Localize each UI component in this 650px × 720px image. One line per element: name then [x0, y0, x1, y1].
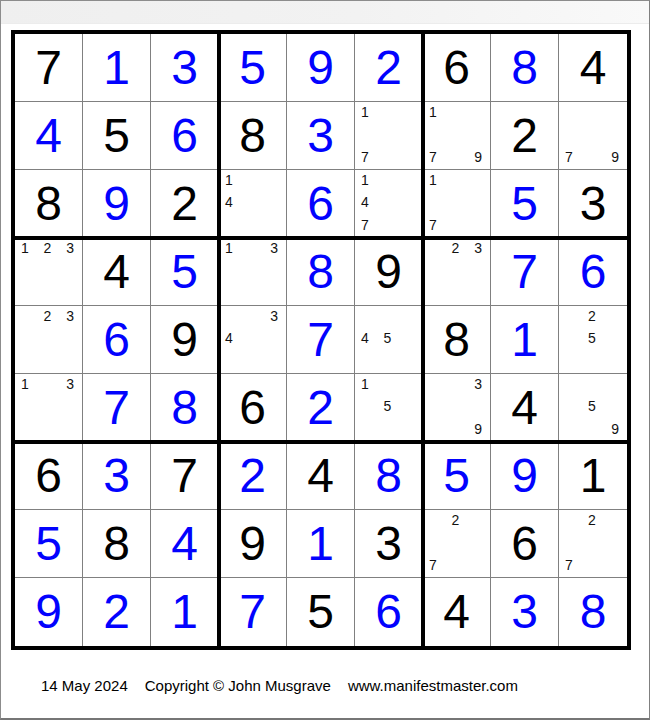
solved-digit: 3: [307, 112, 334, 160]
solved-digit: 8: [375, 452, 402, 500]
solved-digit: 1: [171, 588, 198, 636]
pencil-mark-5: 5: [384, 331, 392, 345]
cell-r6c8[interactable]: 4: [491, 374, 559, 442]
pencil-marks: 27: [565, 513, 619, 572]
solved-digit: 2: [239, 452, 266, 500]
cell-r6c1[interactable]: 13: [15, 374, 83, 442]
solved-digit: 6: [375, 588, 402, 636]
given-digit: 4: [580, 44, 607, 92]
pencil-mark-5: 5: [588, 399, 596, 413]
cell-r4c6[interactable]: 9: [355, 238, 423, 306]
cell-r1c9[interactable]: 4: [559, 34, 627, 102]
cell-r2c4[interactable]: 8: [219, 102, 287, 170]
pencil-mark-7: 7: [361, 150, 369, 164]
cell-r7c1[interactable]: 6: [15, 442, 83, 510]
cell-r7c3[interactable]: 7: [151, 442, 219, 510]
cell-r4c3[interactable]: 5: [151, 238, 219, 306]
pencil-mark-2: 2: [452, 241, 460, 255]
cell-r9c7[interactable]: 4: [423, 578, 491, 646]
cell-r8c1[interactable]: 5: [15, 510, 83, 578]
pencil-mark-2: 2: [44, 241, 52, 255]
pencil-mark-7: 7: [565, 558, 573, 572]
pencil-marks: 25: [565, 309, 619, 368]
given-digit: 1: [580, 452, 607, 500]
pencil-mark-7: 7: [565, 150, 573, 164]
pencil-marks: 17: [361, 105, 414, 164]
pencil-mark-5: 5: [384, 399, 392, 413]
given-digit: 2: [511, 112, 538, 160]
solved-digit: 1: [511, 316, 538, 364]
cell-r5c8[interactable]: 1: [491, 306, 559, 374]
cell-r2c6[interactable]: 17: [355, 102, 423, 170]
cell-r1c3[interactable]: 3: [151, 34, 219, 102]
cell-r7c2[interactable]: 3: [83, 442, 151, 510]
given-digit: 4: [511, 384, 538, 432]
solved-digit: 7: [239, 588, 266, 636]
cell-r7c6[interactable]: 8: [355, 442, 423, 510]
pencil-mark-7: 7: [361, 218, 369, 232]
pencil-mark-3: 3: [66, 241, 74, 255]
pencil-mark-4: 4: [225, 195, 233, 209]
cell-r1c6[interactable]: 2: [355, 34, 423, 102]
pencil-mark-3: 3: [66, 309, 74, 323]
cell-r5c3[interactable]: 9: [151, 306, 219, 374]
solved-digit: 5: [171, 248, 198, 296]
pencil-mark-9: 9: [474, 422, 482, 436]
solved-digit: 2: [307, 384, 334, 432]
pencil-marks: 45: [361, 309, 414, 368]
solved-digit: 9: [35, 588, 62, 636]
pencil-mark-2: 2: [452, 513, 460, 527]
solved-digit: 1: [103, 44, 130, 92]
cell-r9c5[interactable]: 5: [287, 578, 355, 646]
pencil-mark-1: 1: [361, 105, 369, 119]
pencil-marks: 15: [361, 377, 414, 436]
solved-digit: 6: [307, 180, 334, 228]
cell-r3c7[interactable]: 17: [423, 170, 491, 238]
cell-r3c9[interactable]: 3: [559, 170, 627, 238]
cell-r3c1[interactable]: 8: [15, 170, 83, 238]
given-digit: 8: [443, 316, 470, 364]
cell-r9c2[interactable]: 2: [83, 578, 151, 646]
given-digit: 7: [171, 452, 198, 500]
cell-r5c7[interactable]: 8: [423, 306, 491, 374]
pencil-mark-3: 3: [66, 377, 74, 391]
cell-r2c2[interactable]: 5: [83, 102, 151, 170]
pencil-mark-4: 4: [361, 195, 369, 209]
pencil-marks: 39: [429, 377, 482, 436]
cell-r5c1[interactable]: 23: [15, 306, 83, 374]
pencil-mark-3: 3: [474, 241, 482, 255]
cell-r7c5[interactable]: 4: [287, 442, 355, 510]
cell-r2c3[interactable]: 6: [151, 102, 219, 170]
cell-r1c5[interactable]: 9: [287, 34, 355, 102]
sudoku-board: 7135926844568317179279892146147175312345…: [11, 30, 631, 650]
cell-r6c2[interactable]: 7: [83, 374, 151, 442]
cell-r4c2[interactable]: 4: [83, 238, 151, 306]
pencil-mark-1: 1: [361, 173, 369, 187]
given-digit: 2: [171, 180, 198, 228]
cell-r8c5[interactable]: 1: [287, 510, 355, 578]
cell-r4c7[interactable]: 23: [423, 238, 491, 306]
pencil-marks: 23: [429, 241, 482, 300]
given-digit: 3: [580, 180, 607, 228]
cell-r1c1[interactable]: 7: [15, 34, 83, 102]
cell-r9c1[interactable]: 9: [15, 578, 83, 646]
pencil-marks: 17: [429, 173, 482, 232]
cell-r7c9[interactable]: 1: [559, 442, 627, 510]
pencil-mark-1: 1: [21, 241, 29, 255]
given-digit: 8: [103, 520, 130, 568]
cell-r6c7[interactable]: 39: [423, 374, 491, 442]
cell-r2c8[interactable]: 2: [491, 102, 559, 170]
solved-digit: 2: [375, 44, 402, 92]
cell-r4c5[interactable]: 8: [287, 238, 355, 306]
pencil-mark-7: 7: [429, 558, 437, 572]
given-digit: 8: [35, 180, 62, 228]
pencil-marks: 179: [429, 105, 482, 164]
cell-r2c9[interactable]: 79: [559, 102, 627, 170]
given-digit: 5: [103, 112, 130, 160]
cell-r6c5[interactable]: 2: [287, 374, 355, 442]
given-digit: 6: [35, 452, 62, 500]
pencil-marks: 34: [225, 309, 278, 368]
solved-digit: 7: [103, 384, 130, 432]
solved-digit: 2: [103, 588, 130, 636]
given-digit: 6: [239, 384, 266, 432]
cell-r4c8[interactable]: 7: [491, 238, 559, 306]
cell-r6c3[interactable]: 8: [151, 374, 219, 442]
cell-r4c4[interactable]: 13: [219, 238, 287, 306]
solved-digit: 5: [443, 452, 470, 500]
solved-digit: 4: [171, 520, 198, 568]
cell-r7c8[interactable]: 9: [491, 442, 559, 510]
pencil-mark-3: 3: [270, 309, 278, 323]
given-digit: 4: [443, 588, 470, 636]
cell-r6c9[interactable]: 59: [559, 374, 627, 442]
solved-digit: 9: [511, 452, 538, 500]
box-separator-horizontal-1: [15, 236, 627, 240]
pencil-mark-2: 2: [588, 309, 596, 323]
solved-digit: 4: [35, 112, 62, 160]
pencil-marks: 13: [21, 377, 74, 436]
pencil-marks: 13: [225, 241, 278, 300]
solved-digit: 1: [307, 520, 334, 568]
given-digit: 5: [307, 588, 334, 636]
solved-digit: 7: [307, 316, 334, 364]
pencil-marks: 147: [361, 173, 414, 232]
solved-digit: 3: [103, 452, 130, 500]
footer-date: 14 May 2024: [41, 677, 128, 694]
cell-r4c9[interactable]: 6: [559, 238, 627, 306]
pencil-mark-1: 1: [429, 173, 437, 187]
cell-r9c9[interactable]: 8: [559, 578, 627, 646]
given-digit: 6: [443, 44, 470, 92]
cell-r2c1[interactable]: 4: [15, 102, 83, 170]
given-digit: 9: [171, 316, 198, 364]
cell-r9c8[interactable]: 3: [491, 578, 559, 646]
cell-r7c7[interactable]: 5: [423, 442, 491, 510]
pencil-mark-1: 1: [21, 377, 29, 391]
pencil-mark-1: 1: [225, 241, 233, 255]
solved-digit: 5: [239, 44, 266, 92]
pencil-mark-9: 9: [474, 150, 482, 164]
solved-digit: 5: [35, 520, 62, 568]
given-digit: 4: [103, 248, 130, 296]
pencil-marks: 23: [21, 309, 74, 368]
solved-digit: 6: [103, 316, 130, 364]
given-digit: 8: [239, 112, 266, 160]
cell-r5c6[interactable]: 45: [355, 306, 423, 374]
solved-digit: 3: [511, 588, 538, 636]
solved-digit: 9: [103, 180, 130, 228]
pencil-mark-7: 7: [429, 218, 437, 232]
given-digit: 7: [35, 44, 62, 92]
cell-r5c4[interactable]: 34: [219, 306, 287, 374]
cell-r1c4[interactable]: 5: [219, 34, 287, 102]
pencil-mark-9: 9: [611, 150, 619, 164]
cell-r5c2[interactable]: 6: [83, 306, 151, 374]
cell-r8c4[interactable]: 9: [219, 510, 287, 578]
cell-r6c4[interactable]: 6: [219, 374, 287, 442]
solved-digit: 7: [511, 248, 538, 296]
solved-digit: 6: [171, 112, 198, 160]
pencil-mark-7: 7: [429, 150, 437, 164]
cell-r8c3[interactable]: 4: [151, 510, 219, 578]
box-separator-vertical-2: [421, 34, 425, 646]
pencil-mark-5: 5: [588, 331, 596, 345]
solved-digit: 6: [580, 248, 607, 296]
cell-r1c2[interactable]: 1: [83, 34, 151, 102]
cell-r3c2[interactable]: 9: [83, 170, 151, 238]
pencil-marks: 14: [225, 173, 278, 232]
cell-r8c6[interactable]: 3: [355, 510, 423, 578]
cell-r6c6[interactable]: 15: [355, 374, 423, 442]
solved-digit: 5: [511, 180, 538, 228]
solved-digit: 8: [511, 44, 538, 92]
app-window: 7135926844568317179279892146147175312345…: [0, 0, 650, 720]
pencil-mark-4: 4: [225, 331, 233, 345]
cell-r8c9[interactable]: 27: [559, 510, 627, 578]
solved-digit: 8: [580, 588, 607, 636]
pencil-mark-3: 3: [270, 241, 278, 255]
pencil-mark-1: 1: [429, 105, 437, 119]
footer: 14 May 2024 Copyright © John Musgrave ww…: [41, 677, 518, 694]
cell-r8c8[interactable]: 6: [491, 510, 559, 578]
cell-r1c7[interactable]: 6: [423, 34, 491, 102]
given-digit: 6: [511, 520, 538, 568]
cell-r4c1[interactable]: 123: [15, 238, 83, 306]
cell-r5c9[interactable]: 25: [559, 306, 627, 374]
box-separator-horizontal-2: [15, 440, 627, 444]
footer-url: www.manifestmaster.com: [348, 677, 518, 694]
pencil-mark-1: 1: [225, 173, 233, 187]
solved-digit: 8: [171, 384, 198, 432]
sudoku-grid: 7135926844568317179279892146147175312345…: [15, 34, 627, 646]
cell-r2c7[interactable]: 179: [423, 102, 491, 170]
cell-r1c8[interactable]: 8: [491, 34, 559, 102]
pencil-marks: 123: [21, 241, 74, 300]
pencil-mark-2: 2: [588, 513, 596, 527]
solved-digit: 3: [171, 44, 198, 92]
cell-r3c8[interactable]: 5: [491, 170, 559, 238]
box-separator-vertical-1: [217, 34, 221, 646]
cell-r3c3[interactable]: 2: [151, 170, 219, 238]
given-digit: 3: [375, 520, 402, 568]
cell-r9c4[interactable]: 7: [219, 578, 287, 646]
cell-r2c5[interactable]: 3: [287, 102, 355, 170]
footer-copyright: Copyright © John Musgrave: [145, 677, 331, 694]
cell-r3c6[interactable]: 147: [355, 170, 423, 238]
given-digit: 4: [307, 452, 334, 500]
pencil-mark-3: 3: [474, 377, 482, 391]
cell-r5c5[interactable]: 7: [287, 306, 355, 374]
pencil-marks: 59: [565, 377, 619, 436]
solved-digit: 8: [307, 248, 334, 296]
pencil-mark-1: 1: [361, 377, 369, 391]
given-digit: 9: [375, 248, 402, 296]
cell-r9c3[interactable]: 1: [151, 578, 219, 646]
pencil-marks: 79: [565, 105, 619, 164]
cell-r3c5[interactable]: 6: [287, 170, 355, 238]
cell-r7c4[interactable]: 2: [219, 442, 287, 510]
cell-r9c6[interactable]: 6: [355, 578, 423, 646]
solved-digit: 9: [307, 44, 334, 92]
pencil-marks: 27: [429, 513, 482, 572]
given-digit: 9: [239, 520, 266, 568]
cell-r8c2[interactable]: 8: [83, 510, 151, 578]
pencil-mark-9: 9: [611, 422, 619, 436]
pencil-mark-4: 4: [361, 331, 369, 345]
window-titlebar: [1, 1, 649, 24]
pencil-mark-2: 2: [44, 309, 52, 323]
cell-r8c7[interactable]: 27: [423, 510, 491, 578]
cell-r3c4[interactable]: 14: [219, 170, 287, 238]
